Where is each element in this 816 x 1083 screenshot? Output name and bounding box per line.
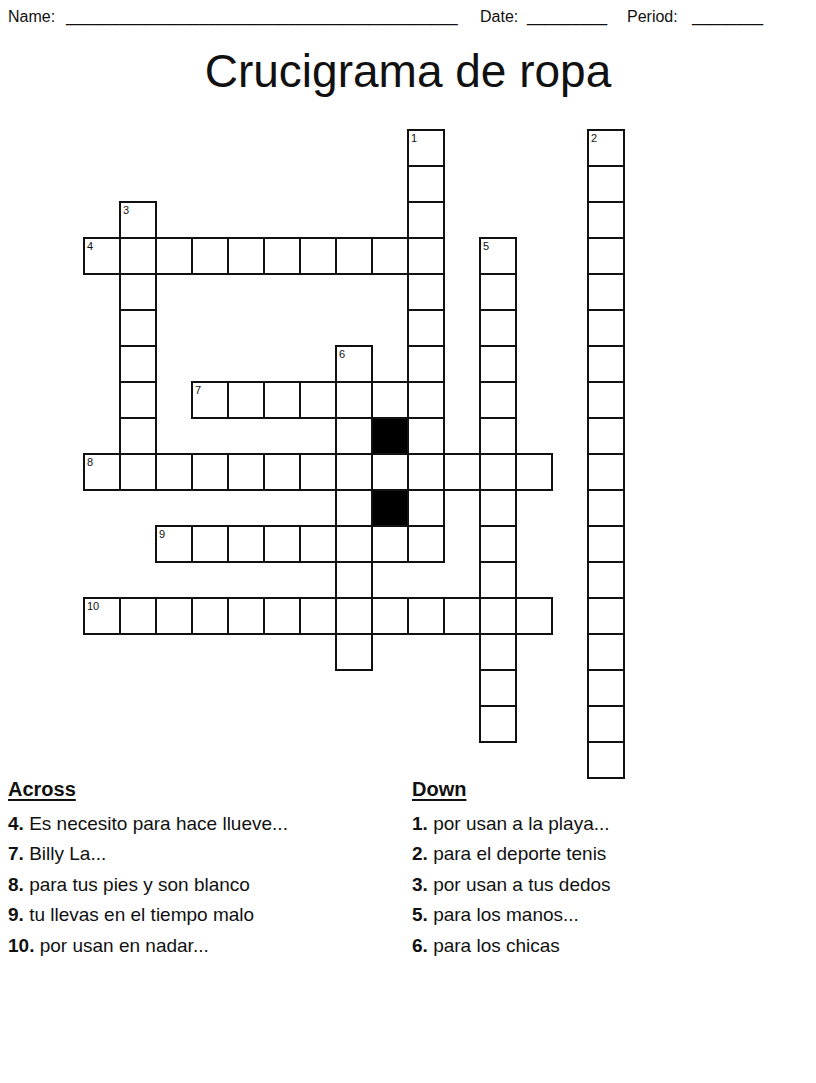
grid-cell[interactable] xyxy=(299,237,337,275)
grid-cell[interactable] xyxy=(227,597,265,635)
grid-cell[interactable] xyxy=(587,597,625,635)
grid-cell[interactable] xyxy=(155,453,193,491)
grid-cell[interactable] xyxy=(587,381,625,419)
grid-cell[interactable] xyxy=(407,273,445,311)
grid-cell[interactable] xyxy=(479,237,517,275)
grid-cell[interactable] xyxy=(335,345,373,383)
grid-cell[interactable] xyxy=(371,453,409,491)
grid-cell[interactable] xyxy=(479,417,517,455)
worksheet-header: Name: __________________________________… xyxy=(0,6,816,34)
grid-cell[interactable] xyxy=(335,237,373,275)
grid-cell[interactable] xyxy=(227,381,265,419)
clue-text: para los chicas xyxy=(433,935,560,956)
grid-cell[interactable] xyxy=(83,597,121,635)
clue-number: 8. xyxy=(8,874,24,895)
clue-text: tu llevas en el tiempo malo xyxy=(29,904,254,925)
grid-cell[interactable] xyxy=(479,453,517,491)
grid-cell[interactable] xyxy=(263,237,301,275)
grid-cell[interactable] xyxy=(587,705,625,743)
grid-cell[interactable] xyxy=(587,633,625,671)
clue-down-6: 6. para los chicas xyxy=(412,931,812,961)
period-blank[interactable]: ________ xyxy=(692,8,763,26)
grid-cell[interactable] xyxy=(83,453,121,491)
clue-down-1: 1. por usan a la playa... xyxy=(412,809,812,839)
grid-cell[interactable] xyxy=(407,453,445,491)
grid-cell[interactable] xyxy=(407,489,445,527)
grid-cell[interactable] xyxy=(407,165,445,203)
across-clues: Across 4. Es necesito para hace llueve..… xyxy=(8,778,408,961)
clue-text: por usan a la playa... xyxy=(433,813,609,834)
grid-cell[interactable] xyxy=(407,129,445,167)
grid-cell[interactable] xyxy=(407,345,445,383)
period-label: Period: xyxy=(627,8,678,26)
grid-cell[interactable] xyxy=(119,273,157,311)
grid-cell[interactable] xyxy=(191,381,229,419)
grid-cell[interactable] xyxy=(479,669,517,707)
clue-down-2: 2. para el deporte tenis xyxy=(412,839,812,869)
grid-cell[interactable] xyxy=(227,237,265,275)
grid-cell[interactable] xyxy=(335,525,373,563)
grid-cell[interactable] xyxy=(335,381,373,419)
grid-cell[interactable] xyxy=(587,237,625,275)
grid-cell[interactable] xyxy=(119,597,157,635)
clue-text: por usan en nadar... xyxy=(40,935,209,956)
grid-cell[interactable] xyxy=(479,273,517,311)
grid-cell[interactable] xyxy=(263,525,301,563)
grid-cell[interactable] xyxy=(515,597,553,635)
grid-cell[interactable] xyxy=(479,705,517,743)
grid-cell[interactable] xyxy=(587,453,625,491)
worksheet-page: Name: __________________________________… xyxy=(0,0,816,1083)
across-heading: Across xyxy=(8,778,408,801)
grid-cell[interactable] xyxy=(191,525,229,563)
grid-cell[interactable] xyxy=(407,597,445,635)
grid-cell[interactable] xyxy=(263,381,301,419)
grid-cell[interactable] xyxy=(371,381,409,419)
grid-cell[interactable] xyxy=(299,525,337,563)
clue-text: por usan a tus dedos xyxy=(433,874,610,895)
grid-cell[interactable] xyxy=(587,525,625,563)
grid-cell[interactable] xyxy=(371,237,409,275)
grid-cell[interactable] xyxy=(587,309,625,347)
grid-cell[interactable] xyxy=(335,633,373,671)
grid-cell[interactable] xyxy=(191,237,229,275)
grid-cell[interactable] xyxy=(155,525,193,563)
grid-cell[interactable] xyxy=(479,309,517,347)
grid-cell[interactable] xyxy=(335,597,373,635)
grid-cell[interactable] xyxy=(227,453,265,491)
clue-number: 5. xyxy=(412,904,428,925)
grid-cell[interactable] xyxy=(299,453,337,491)
clue-across-8: 8. para tus pies y son blanco xyxy=(8,870,408,900)
grid-cell[interactable] xyxy=(119,201,157,239)
clue-number: 2. xyxy=(412,843,428,864)
name-label: Name: xyxy=(8,8,55,26)
grid-cell[interactable] xyxy=(479,525,517,563)
grid-cell[interactable] xyxy=(587,669,625,707)
date-blank[interactable]: _________ xyxy=(527,8,607,26)
grid-cell[interactable] xyxy=(335,417,373,455)
grid-cell[interactable] xyxy=(155,597,193,635)
grid-cell[interactable] xyxy=(83,237,121,275)
clue-across-10: 10. por usan en nadar... xyxy=(8,931,408,961)
grid-cell[interactable] xyxy=(479,597,517,635)
clue-number: 6. xyxy=(412,935,428,956)
grid-cell[interactable] xyxy=(515,453,553,491)
clue-number: 10. xyxy=(8,935,34,956)
grid-cell[interactable] xyxy=(119,237,157,275)
grid-cell[interactable] xyxy=(335,561,373,599)
grid-cell[interactable] xyxy=(191,453,229,491)
grid-cell[interactable] xyxy=(479,561,517,599)
grid-cell[interactable] xyxy=(407,309,445,347)
grid-cell[interactable] xyxy=(587,129,625,167)
down-clues: Down 1. por usan a la playa... 2. para e… xyxy=(412,778,812,961)
grid-cell[interactable] xyxy=(263,597,301,635)
grid-cell[interactable] xyxy=(587,345,625,383)
grid-cell[interactable] xyxy=(479,489,517,527)
clue-number: 3. xyxy=(412,874,428,895)
clue-text: para tus pies y son blanco xyxy=(29,874,250,895)
grid-cell[interactable] xyxy=(443,453,481,491)
grid-cell[interactable] xyxy=(335,489,373,527)
grid-cell[interactable] xyxy=(479,633,517,671)
grid-cell[interactable] xyxy=(407,525,445,563)
clue-text: para el deporte tenis xyxy=(433,843,606,864)
clue-text: Billy La... xyxy=(29,843,106,864)
grid-cell[interactable] xyxy=(587,561,625,599)
crossword-grid: 12345678910 xyxy=(84,130,624,778)
grid-cell[interactable] xyxy=(479,345,517,383)
name-blank[interactable]: ________________________________________… xyxy=(66,8,458,26)
grid-cell[interactable] xyxy=(155,237,193,275)
grid-cell[interactable] xyxy=(119,453,157,491)
grid-cell[interactable] xyxy=(263,453,301,491)
clue-across-4: 4. Es necesito para hace llueve... xyxy=(8,809,408,839)
grid-cell[interactable] xyxy=(587,489,625,527)
clue-number: 1. xyxy=(412,813,428,834)
grid-cell[interactable] xyxy=(587,741,625,779)
grid-cell[interactable] xyxy=(407,417,445,455)
clue-number: 7. xyxy=(8,843,24,864)
grid-cell[interactable] xyxy=(227,525,265,563)
down-heading: Down xyxy=(412,778,812,801)
clue-across-9: 9. tu llevas en el tiempo malo xyxy=(8,900,408,930)
grid-cell[interactable] xyxy=(443,597,481,635)
grid-cell[interactable] xyxy=(407,201,445,239)
grid-cell[interactable] xyxy=(119,381,157,419)
grid-cell[interactable] xyxy=(587,273,625,311)
grid-cell[interactable] xyxy=(407,381,445,419)
clue-text: Es necesito para hace llueve... xyxy=(29,813,288,834)
clue-across-7: 7. Billy La... xyxy=(8,839,408,869)
clue-text: para los manos... xyxy=(433,904,579,925)
grid-cell[interactable] xyxy=(119,417,157,455)
clue-down-5: 5. para los manos... xyxy=(412,900,812,930)
grid-cell[interactable] xyxy=(335,453,373,491)
clue-number: 4. xyxy=(8,813,24,834)
grid-cell[interactable] xyxy=(119,345,157,383)
grid-cell[interactable] xyxy=(299,381,337,419)
grid-cell[interactable] xyxy=(587,201,625,239)
clue-down-3: 3. por usan a tus dedos xyxy=(412,870,812,900)
grid-cell[interactable] xyxy=(407,237,445,275)
grid-cell[interactable] xyxy=(587,165,625,203)
puzzle-title: Crucigrama de ropa xyxy=(0,44,816,98)
black-cell xyxy=(371,417,409,455)
date-label: Date: xyxy=(480,8,518,26)
clue-number: 9. xyxy=(8,904,24,925)
grid-cell[interactable] xyxy=(371,597,409,635)
grid-cell[interactable] xyxy=(119,309,157,347)
grid-cell[interactable] xyxy=(479,381,517,419)
black-cell xyxy=(371,489,409,527)
grid-cell[interactable] xyxy=(299,597,337,635)
grid-cell[interactable] xyxy=(191,597,229,635)
grid-cell[interactable] xyxy=(371,525,409,563)
grid-cell[interactable] xyxy=(587,417,625,455)
